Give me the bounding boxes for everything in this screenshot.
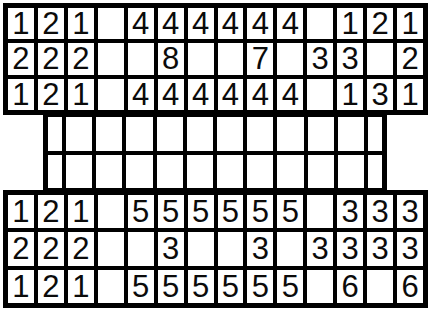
grid-cell <box>46 153 64 191</box>
grid-cell: 5 <box>216 193 246 230</box>
grid-cell: 5 <box>245 268 275 305</box>
grid-cell: 2 <box>36 193 66 230</box>
grid-cell <box>96 6 126 41</box>
grid-cell <box>305 268 335 305</box>
grid-cell: 1 <box>66 268 96 305</box>
grid-cell: 3 <box>335 193 365 230</box>
grid-cell: 3 <box>365 230 395 267</box>
grid-cell <box>96 41 126 76</box>
grid-cell: 1 <box>335 6 365 41</box>
grid-cell <box>336 115 366 153</box>
top-clue-grid: 12144444412122287332121444444131 <box>3 3 428 115</box>
grid-cell: 1 <box>6 6 36 41</box>
grid-cell <box>245 115 275 153</box>
grid-cell: 4 <box>126 77 156 112</box>
bottom-clue-grid: 12155555533322233333312155555566 <box>3 190 428 308</box>
grid-cell: 1 <box>6 193 36 230</box>
grid-cell: 4 <box>216 77 246 112</box>
grid-cell <box>155 115 185 153</box>
grid-cell <box>46 115 64 153</box>
grid-cell <box>94 153 124 191</box>
grid-cell: 3 <box>335 230 365 267</box>
grid-cell: 4 <box>245 6 275 41</box>
grid-cell: 5 <box>216 268 246 305</box>
grid-cell: 3 <box>335 41 365 76</box>
grid-cell <box>96 193 126 230</box>
grid-cell: 8 <box>156 41 186 76</box>
grid-cell: 2 <box>6 41 36 76</box>
grid-cell: 5 <box>245 193 275 230</box>
grid-cell <box>306 153 336 191</box>
grid-cell: 1 <box>335 77 365 112</box>
grid-cell: 4 <box>186 6 216 41</box>
grid-cell <box>215 153 245 191</box>
grid-cell <box>365 41 395 76</box>
grid-cell: 2 <box>6 230 36 267</box>
grid-cell: 1 <box>66 193 96 230</box>
grid-cell: 2 <box>66 41 96 76</box>
grid-cell <box>306 115 336 153</box>
grid-cell <box>305 77 335 112</box>
grid-cell <box>64 115 94 153</box>
grid-cell <box>275 115 305 153</box>
grid-cell <box>216 230 246 267</box>
grid-cell: 3 <box>305 41 335 76</box>
grid-cell: 1 <box>395 6 425 41</box>
grid-cell: 1 <box>66 6 96 41</box>
grid-cell <box>186 41 216 76</box>
grid-cell <box>155 153 185 191</box>
grid-cell <box>275 41 305 76</box>
grid-cell: 5 <box>186 268 216 305</box>
grid-cell <box>245 153 275 191</box>
grid-cell: 7 <box>245 41 275 76</box>
grid-cell <box>336 153 366 191</box>
grid-cell: 2 <box>36 268 66 305</box>
grid-cell <box>305 193 335 230</box>
grid-cell: 4 <box>156 77 186 112</box>
grid-cell: 4 <box>156 6 186 41</box>
grid-cell: 2 <box>395 41 425 76</box>
grid-cell: 2 <box>36 6 66 41</box>
grid-cell: 2 <box>36 77 66 112</box>
grid-cell <box>126 41 156 76</box>
grid-cell <box>186 230 216 267</box>
grid-cell <box>94 115 124 153</box>
grid-cell <box>96 230 126 267</box>
grid-cell <box>124 153 154 191</box>
grid-cell <box>185 115 215 153</box>
grid-cell <box>366 153 384 191</box>
grid-cell: 3 <box>305 230 335 267</box>
grid-cell <box>305 6 335 41</box>
grid-cell: 2 <box>365 6 395 41</box>
puzzle-board: 12144444412122287332121444444131 1215555… <box>0 0 431 311</box>
grid-cell <box>365 268 395 305</box>
grid-cell: 5 <box>156 268 186 305</box>
grid-cell: 1 <box>6 268 36 305</box>
grid-cell: 2 <box>36 41 66 76</box>
grid-cell: 5 <box>275 268 305 305</box>
grid-cell: 3 <box>395 193 425 230</box>
grid-cell: 5 <box>186 193 216 230</box>
grid-cell: 4 <box>275 6 305 41</box>
grid-cell <box>124 115 154 153</box>
grid-cell <box>216 41 246 76</box>
grid-cell: 3 <box>365 77 395 112</box>
grid-cell: 2 <box>36 230 66 267</box>
grid-cell: 3 <box>365 193 395 230</box>
grid-cell: 5 <box>275 193 305 230</box>
middle-answer-grid <box>43 112 387 193</box>
grid-cell: 4 <box>186 77 216 112</box>
grid-cell <box>275 153 305 191</box>
grid-cell: 3 <box>245 230 275 267</box>
grid-cell <box>96 268 126 305</box>
grid-cell <box>215 115 245 153</box>
grid-cell: 4 <box>275 77 305 112</box>
grid-cell: 3 <box>395 230 425 267</box>
grid-cell: 5 <box>126 268 156 305</box>
grid-cell: 4 <box>216 6 246 41</box>
grid-cell: 4 <box>245 77 275 112</box>
grid-cell: 2 <box>66 230 96 267</box>
grid-cell <box>366 115 384 153</box>
grid-cell: 3 <box>156 230 186 267</box>
grid-cell: 1 <box>6 77 36 112</box>
grid-cell <box>275 230 305 267</box>
grid-cell: 1 <box>66 77 96 112</box>
grid-cell: 4 <box>126 6 156 41</box>
grid-cell: 5 <box>126 193 156 230</box>
grid-cell <box>96 77 126 112</box>
grid-cell: 5 <box>156 193 186 230</box>
grid-cell <box>185 153 215 191</box>
grid-cell: 1 <box>395 77 425 112</box>
grid-cell <box>126 230 156 267</box>
grid-cell: 6 <box>395 268 425 305</box>
grid-cell <box>64 153 94 191</box>
grid-cell: 6 <box>335 268 365 305</box>
